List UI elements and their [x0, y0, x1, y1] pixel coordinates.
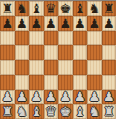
square-g3[interactable]	[87, 75, 102, 90]
white-pawn-piece: ♟	[16, 90, 28, 103]
square-g5[interactable]	[87, 45, 102, 60]
black-pawn-piece: ♟	[103, 17, 115, 30]
black-pawn-piece: ♟	[74, 17, 86, 30]
black-pawn-piece: ♟	[16, 17, 28, 30]
square-e1[interactable]: ♚	[58, 104, 73, 119]
white-knight-piece: ♞	[16, 105, 28, 118]
white-rook-piece: ♜	[1, 105, 13, 118]
square-f6[interactable]	[73, 31, 88, 46]
white-rook-piece: ♜	[103, 105, 115, 118]
square-f1[interactable]: ♝	[73, 104, 88, 119]
square-d1[interactable]: ♛	[44, 104, 59, 119]
square-a7[interactable]: ♟	[0, 16, 15, 31]
square-b7[interactable]: ♟	[15, 16, 30, 31]
square-h1[interactable]: ♜	[102, 104, 117, 119]
square-a1[interactable]: ♜	[0, 104, 15, 119]
white-pawn-piece: ♟	[45, 90, 57, 103]
square-d4[interactable]	[44, 60, 59, 75]
black-rook-piece: ♜	[1, 2, 13, 15]
square-g2[interactable]: ♟	[87, 90, 102, 105]
square-f5[interactable]	[73, 45, 88, 60]
square-h6[interactable]	[102, 31, 117, 46]
square-f2[interactable]: ♟	[73, 90, 88, 105]
square-c3[interactable]	[29, 75, 44, 90]
square-f7[interactable]: ♟	[73, 16, 88, 31]
square-g1[interactable]: ♞	[87, 104, 102, 119]
white-pawn-piece: ♟	[74, 90, 86, 103]
white-bishop-piece: ♝	[74, 105, 86, 118]
square-g6[interactable]	[87, 31, 102, 46]
square-g8[interactable]: ♞	[87, 1, 102, 16]
square-b8[interactable]: ♞	[15, 1, 30, 16]
square-d2[interactable]: ♟	[44, 90, 59, 105]
square-c5[interactable]	[29, 45, 44, 60]
white-pawn-piece: ♟	[30, 90, 42, 103]
black-pawn-piece: ♟	[1, 17, 13, 30]
white-king-piece: ♚	[59, 105, 71, 118]
square-e8[interactable]: ♚	[58, 1, 73, 16]
square-f4[interactable]	[73, 60, 88, 75]
square-c7[interactable]: ♟	[29, 16, 44, 31]
square-b6[interactable]	[15, 31, 30, 46]
square-a5[interactable]	[0, 45, 15, 60]
white-pawn-piece: ♟	[88, 90, 100, 103]
square-e3[interactable]	[58, 75, 73, 90]
square-h4[interactable]	[102, 60, 117, 75]
black-knight-piece: ♞	[88, 2, 100, 15]
square-d5[interactable]	[44, 45, 59, 60]
white-pawn-piece: ♟	[59, 90, 71, 103]
square-c8[interactable]: ♝	[29, 1, 44, 16]
square-b5[interactable]	[15, 45, 30, 60]
black-pawn-piece: ♟	[45, 17, 57, 30]
square-b1[interactable]: ♞	[15, 104, 30, 119]
square-c4[interactable]	[29, 60, 44, 75]
square-e5[interactable]	[58, 45, 73, 60]
black-bishop-piece: ♝	[74, 2, 86, 15]
square-d8[interactable]: ♛	[44, 1, 59, 16]
square-e6[interactable]	[58, 31, 73, 46]
square-b4[interactable]	[15, 60, 30, 75]
white-pawn-piece: ♟	[103, 90, 115, 103]
square-d6[interactable]	[44, 31, 59, 46]
black-bishop-piece: ♝	[30, 2, 42, 15]
chess-board: ♜♞♝♛♚♝♞♜♟♟♟♟♟♟♟♟♟♟♟♟♟♟♟♟♜♞♝♛♚♝♞♜	[0, 0, 116, 119]
square-e7[interactable]: ♟	[58, 16, 73, 31]
square-h7[interactable]: ♟	[102, 16, 117, 31]
square-a8[interactable]: ♜	[0, 1, 15, 16]
square-d7[interactable]: ♟	[44, 16, 59, 31]
square-f3[interactable]	[73, 75, 88, 90]
square-f8[interactable]: ♝	[73, 1, 88, 16]
black-rook-piece: ♜	[103, 2, 115, 15]
square-c1[interactable]: ♝	[29, 104, 44, 119]
square-h8[interactable]: ♜	[102, 1, 117, 16]
square-g7[interactable]: ♟	[87, 16, 102, 31]
white-pawn-piece: ♟	[1, 90, 13, 103]
square-c2[interactable]: ♟	[29, 90, 44, 105]
square-b2[interactable]: ♟	[15, 90, 30, 105]
black-knight-piece: ♞	[16, 2, 28, 15]
square-e2[interactable]: ♟	[58, 90, 73, 105]
black-queen-piece: ♛	[45, 2, 57, 15]
square-h3[interactable]	[102, 75, 117, 90]
white-queen-piece: ♛	[45, 105, 57, 118]
square-b3[interactable]	[15, 75, 30, 90]
square-h2[interactable]: ♟	[102, 90, 117, 105]
square-c6[interactable]	[29, 31, 44, 46]
square-e4[interactable]	[58, 60, 73, 75]
white-knight-piece: ♞	[88, 105, 100, 118]
black-pawn-piece: ♟	[88, 17, 100, 30]
square-d3[interactable]	[44, 75, 59, 90]
square-a3[interactable]	[0, 75, 15, 90]
white-bishop-piece: ♝	[30, 105, 42, 118]
black-pawn-piece: ♟	[59, 17, 71, 30]
square-a2[interactable]: ♟	[0, 90, 15, 105]
square-h5[interactable]	[102, 45, 117, 60]
black-pawn-piece: ♟	[30, 17, 42, 30]
black-king-piece: ♚	[59, 2, 71, 15]
square-a4[interactable]	[0, 60, 15, 75]
square-g4[interactable]	[87, 60, 102, 75]
square-a6[interactable]	[0, 31, 15, 46]
